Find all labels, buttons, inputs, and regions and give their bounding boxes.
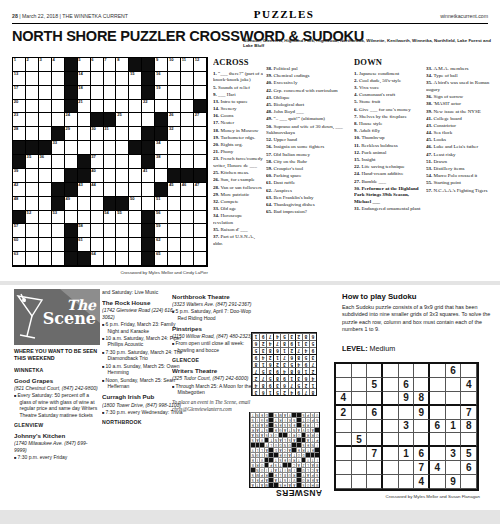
sudoku-cell[interactable] (446, 461, 462, 475)
crossword-cell[interactable]: 33 (52, 141, 65, 155)
crossword-cell[interactable]: 38 (155, 155, 168, 169)
crossword-cell[interactable] (26, 224, 39, 238)
crossword-cell[interactable] (168, 86, 181, 100)
crossword-cell[interactable] (181, 141, 194, 155)
crossword-cell[interactable]: 50 (129, 197, 142, 211)
sudoku-cell[interactable] (336, 433, 352, 447)
crossword-cell[interactable] (39, 224, 52, 238)
sudoku-cell[interactable] (336, 420, 352, 434)
crossword-cell[interactable] (181, 238, 194, 252)
crossword-answer-cell (314, 427, 319, 432)
clue-number: 32 (169, 127, 174, 131)
sudoku-cell[interactable]: 5 (352, 433, 368, 447)
sudoku-cell[interactable] (399, 433, 415, 447)
crossword-cell[interactable]: 1 (13, 58, 26, 72)
crossword-cell[interactable] (91, 197, 104, 211)
crossword-cell[interactable] (26, 169, 39, 183)
crossword-cell[interactable] (26, 252, 39, 266)
crossword-cell[interactable] (52, 238, 65, 252)
crossword-cell[interactable] (194, 238, 207, 252)
crossword-cell[interactable]: 56 (155, 211, 168, 225)
crossword-cell[interactable]: 57 (13, 224, 26, 238)
crossword-cell[interactable] (39, 86, 52, 100)
crossword-cell[interactable]: 29 (65, 127, 78, 141)
crossword-cell[interactable] (104, 100, 117, 114)
sudoku-cell[interactable] (430, 475, 446, 489)
crossword-cell[interactable]: 26 (168, 113, 181, 127)
sudoku-cell[interactable] (383, 420, 399, 434)
sudoku-cell[interactable] (399, 364, 415, 378)
crossword-cell[interactable] (104, 141, 117, 155)
sudoku-cell[interactable]: 9 (414, 406, 430, 420)
crossword-cell[interactable] (194, 72, 207, 86)
sudoku-cell[interactable]: 6 (414, 447, 430, 461)
crossword-cell[interactable] (52, 155, 65, 169)
crossword-cell[interactable] (52, 100, 65, 114)
crossword-cell[interactable]: 54 (104, 211, 117, 225)
crossword-cell[interactable] (91, 100, 104, 114)
clue: 27. Bumble ___ (354, 179, 423, 186)
crossword-cell[interactable] (26, 183, 39, 197)
sudoku-cell[interactable] (352, 364, 368, 378)
crossword-cell[interactable] (39, 127, 52, 141)
sudoku-cell[interactable]: 6 (367, 406, 383, 420)
sudoku-cell[interactable] (461, 475, 477, 489)
crossword-cell[interactable] (116, 86, 129, 100)
crossword-cell[interactable] (39, 169, 52, 183)
crossword-cell[interactable] (26, 197, 39, 211)
crossword-cell[interactable] (26, 127, 39, 141)
crossword-cell[interactable] (129, 169, 142, 183)
crossword-cell[interactable] (104, 86, 117, 100)
crossword-cell[interactable] (65, 141, 78, 155)
crossword-cell[interactable] (181, 197, 194, 211)
crossword-cell[interactable]: 8 (116, 58, 129, 72)
crossword-cell[interactable] (142, 113, 155, 127)
crossword-cell[interactable]: 10 (168, 58, 181, 72)
crossword-cell[interactable] (194, 211, 207, 225)
sudoku-cell[interactable] (446, 433, 462, 447)
sudoku-cell[interactable] (430, 406, 446, 420)
crossword-cell[interactable] (91, 141, 104, 155)
sudoku-cell[interactable] (352, 392, 368, 406)
crossword-cell[interactable]: 27 (194, 113, 207, 127)
clue-number: 15 (130, 72, 135, 76)
crossword-cell[interactable] (168, 100, 181, 114)
crossword-cell[interactable] (129, 252, 142, 266)
crossword-cell[interactable]: 43 (78, 183, 91, 197)
sudoku-cell[interactable] (430, 433, 446, 447)
sudoku-cell[interactable]: 4 (430, 461, 446, 475)
crossword-cell[interactable] (181, 155, 194, 169)
crossword-cell[interactable]: 39 (13, 169, 26, 183)
sudoku-cell[interactable]: 7 (461, 406, 477, 420)
crossword-cell[interactable] (129, 211, 142, 225)
crossword-cell[interactable] (52, 72, 65, 86)
sudoku-cell[interactable] (446, 406, 462, 420)
crossword-cell[interactable] (116, 238, 129, 252)
crossword-cell[interactable]: 12 (194, 58, 207, 72)
crossword-cell[interactable]: 32 (168, 127, 181, 141)
crossword-cell[interactable] (39, 211, 52, 225)
sudoku-cell[interactable] (383, 392, 399, 406)
crossword-cell[interactable]: 21 (78, 100, 91, 114)
sudoku-cell[interactable] (352, 447, 368, 461)
sudoku-cell[interactable] (367, 420, 383, 434)
crossword-cell[interactable] (168, 72, 181, 86)
sudoku-cell[interactable]: 1 (446, 420, 462, 434)
crossword-cell[interactable]: 47 (194, 183, 207, 197)
crossword-cell[interactable] (181, 224, 194, 238)
sudoku-cell[interactable] (383, 447, 399, 461)
crossword-cell[interactable]: 16 (155, 72, 168, 86)
sudoku-cell[interactable] (430, 378, 446, 392)
crossword-cell[interactable] (181, 252, 194, 266)
crossword-cell[interactable] (116, 141, 129, 155)
crossword-cell[interactable] (104, 72, 117, 86)
sudoku-cell[interactable]: 5 (367, 378, 383, 392)
crossword-cell[interactable] (168, 238, 181, 252)
sudoku-cell[interactable] (383, 364, 399, 378)
crossword-cell[interactable] (78, 113, 91, 127)
sudoku-cell[interactable]: 8 (414, 392, 430, 406)
sudoku-cell[interactable]: 6 (399, 378, 415, 392)
clue: 14. Scenery (213, 106, 263, 113)
crossword-cell[interactable] (39, 197, 52, 211)
sudoku-cell[interactable] (383, 433, 399, 447)
crossword-black-cell (142, 211, 155, 225)
crossword-cell[interactable]: 52 (26, 211, 39, 225)
sudoku-cell[interactable] (352, 420, 368, 434)
sudoku-cell[interactable] (367, 364, 383, 378)
sudoku-cell[interactable] (430, 364, 446, 378)
crossword-answer-cell: I (259, 452, 264, 457)
crossword-cell[interactable] (142, 183, 155, 197)
crossword-cell[interactable] (168, 224, 181, 238)
sudoku-cell[interactable]: 8 (461, 420, 477, 434)
crossword-cell[interactable]: 23 (13, 113, 26, 127)
crossword-cell[interactable] (194, 252, 207, 266)
sudoku-cell[interactable]: 7 (414, 461, 430, 475)
crossword-cell[interactable] (26, 72, 39, 86)
crossword-cell[interactable]: 18 (78, 86, 91, 100)
event-bullet-icon: ■ (172, 383, 176, 388)
crossword-cell[interactable]: 31 (104, 127, 117, 141)
crossword-cell[interactable]: 28 (13, 127, 26, 141)
sudoku-cell[interactable] (446, 392, 462, 406)
crossword-cell[interactable] (104, 155, 117, 169)
crossword-cell[interactable] (181, 86, 194, 100)
clue: 16. Goons (213, 113, 263, 120)
crossword-answer-cell: D (301, 452, 306, 457)
sudoku-cell[interactable]: 3 (399, 420, 415, 434)
sudoku-cell[interactable] (383, 461, 399, 475)
crossword-cell[interactable]: 44 (91, 183, 104, 197)
sudoku-cell[interactable] (367, 461, 383, 475)
crossword-cell[interactable] (168, 197, 181, 211)
sudoku-cell[interactable]: 6 (430, 420, 446, 434)
crossword-cell[interactable]: 40 (91, 169, 104, 183)
crossword-cell[interactable] (181, 211, 194, 225)
crossword-cell[interactable]: 6 (91, 58, 104, 72)
crossword-cell[interactable] (181, 72, 194, 86)
sudoku-cell[interactable] (399, 461, 415, 475)
crossword-cell[interactable] (194, 155, 207, 169)
crossword-cell[interactable] (39, 252, 52, 266)
crossword-cell[interactable]: 20 (13, 100, 26, 114)
crossword-cell[interactable] (181, 113, 194, 127)
crossword-cell[interactable]: 62 (155, 238, 168, 252)
crossword-cell[interactable]: 3 (39, 58, 52, 72)
crossword-cell[interactable] (194, 86, 207, 100)
crossword-cell[interactable] (78, 127, 91, 141)
crossword-cell[interactable] (129, 155, 142, 169)
crossword-cell[interactable] (52, 252, 65, 266)
sudoku-cell[interactable]: 4 (461, 378, 477, 392)
crossword-cell[interactable]: 15 (129, 72, 142, 86)
crossword-cell[interactable] (104, 169, 117, 183)
crossword-cell[interactable]: 41 (142, 169, 155, 183)
crossword-cell[interactable] (52, 169, 65, 183)
clue: 9. Adult filly (354, 128, 423, 135)
crossword-black-cell (142, 238, 155, 252)
crossword-cell[interactable] (129, 113, 142, 127)
sudoku-cell[interactable] (430, 392, 446, 406)
crossword-cell[interactable] (116, 100, 129, 114)
crossword-cell[interactable]: 35 (26, 155, 39, 169)
crossword-cell[interactable]: 58 (78, 224, 91, 238)
crossword-cell[interactable] (91, 72, 104, 86)
crossword-cell[interactable] (116, 224, 129, 238)
crossword-cell[interactable] (65, 211, 78, 225)
crossword-answer-cell: A (278, 447, 283, 452)
crossword-cell[interactable]: 55 (116, 211, 129, 225)
crossword-cell[interactable] (194, 141, 207, 155)
sudoku-cell[interactable] (352, 378, 368, 392)
crossword-answer-cell: S (264, 427, 269, 432)
event-bullet-icon: ■ (172, 309, 176, 314)
crossword-cell[interactable] (91, 86, 104, 100)
sudoku-cell[interactable] (414, 378, 430, 392)
sudoku-cell[interactable] (414, 420, 430, 434)
crossword-cell[interactable]: 51 (155, 197, 168, 211)
clue-number: 8 (117, 58, 119, 62)
crossword-cell[interactable]: 61 (78, 238, 91, 252)
crossword-cell[interactable]: 60 (13, 238, 26, 252)
crossword-cell[interactable] (129, 100, 142, 114)
crossword-cell[interactable] (78, 197, 91, 211)
crossword-cell[interactable] (116, 72, 129, 86)
sudoku-cell[interactable]: 9 (446, 475, 462, 489)
crossword-cell[interactable] (129, 238, 142, 252)
crossword-cell[interactable] (39, 183, 52, 197)
clue-number: 35. (426, 80, 434, 85)
clue: 28. Van or san followers (213, 185, 263, 192)
clue: 53. Distillery items (426, 166, 497, 173)
clue-number: 37. (213, 234, 221, 239)
crossword-cell[interactable]: 7 (104, 58, 117, 72)
sudoku-answer-cell: 5 (295, 381, 302, 388)
sudoku-cell[interactable]: 6 (446, 364, 462, 378)
event-bullet-icon: ■ (102, 364, 106, 369)
sudoku-answer-cell: 4 (309, 374, 316, 381)
crossword-cell[interactable]: 9 (155, 58, 168, 72)
city-header: GLENVIEW (14, 422, 98, 429)
sudoku-cell[interactable]: 1 (399, 447, 415, 461)
sudoku-cell[interactable]: 4 (336, 392, 352, 406)
sudoku-answer-cell: 3 (309, 354, 316, 361)
crossword-cell[interactable] (91, 211, 104, 225)
sudoku-cell[interactable] (399, 475, 415, 489)
crossword-cell[interactable]: 13 (13, 72, 26, 86)
sudoku-cell[interactable] (336, 364, 352, 378)
clue-number: 45 (169, 183, 174, 187)
sudoku-cell[interactable] (336, 475, 352, 489)
crossword-cell[interactable] (104, 183, 117, 197)
crossword-cell[interactable]: 45 (168, 183, 181, 197)
crossword-cell[interactable] (52, 224, 65, 238)
crossword-cell[interactable] (39, 113, 52, 127)
crossword-cell[interactable] (168, 155, 181, 169)
crossword-cell[interactable] (104, 238, 117, 252)
sudoku-cell[interactable] (461, 364, 477, 378)
crossword-cell[interactable] (26, 238, 39, 252)
sudoku-cell[interactable] (352, 406, 368, 420)
crossword-cell[interactable]: 14 (78, 72, 91, 86)
crossword-cell[interactable]: 4 (52, 58, 65, 72)
crossword-cell[interactable] (65, 155, 78, 169)
event-bullet-icon: ■ (14, 454, 18, 459)
crossword-cell[interactable] (181, 100, 194, 114)
crossword-cell[interactable]: 11 (181, 58, 194, 72)
sudoku-answer-cell: 5 (259, 367, 266, 374)
crossword-cell[interactable]: 65 (155, 252, 168, 266)
crossword-cell[interactable] (142, 197, 155, 211)
across-clues-column-2: 38. Political pal39. Chemical endings40.… (266, 66, 350, 284)
sudoku-answer-cell: 8 (309, 388, 316, 395)
crossword-cell[interactable]: 19 (155, 86, 168, 100)
sudoku-cell[interactable] (352, 461, 368, 475)
crossword-cell[interactable]: 22 (142, 100, 155, 114)
crossword-cell[interactable]: 34 (155, 141, 168, 155)
sudoku-cell[interactable] (336, 378, 352, 392)
crossword-cell[interactable]: 64 (91, 252, 104, 266)
crossword-cell[interactable] (26, 86, 39, 100)
sudoku-cell[interactable] (461, 433, 477, 447)
crossword-cell[interactable]: 48 (13, 197, 26, 211)
sudoku-cell[interactable] (352, 475, 368, 489)
sudoku-cell[interactable] (399, 406, 415, 420)
crossword-cell[interactable] (104, 224, 117, 238)
crossword-cell[interactable] (26, 100, 39, 114)
crossword-cell[interactable] (168, 141, 181, 155)
crossword-cell[interactable] (155, 100, 168, 114)
sudoku-cell[interactable]: 2 (336, 406, 352, 420)
crossword-cell[interactable] (129, 183, 142, 197)
crossword-cell[interactable] (181, 127, 194, 141)
sudoku-cell[interactable] (383, 475, 399, 489)
crossword-cell[interactable] (129, 224, 142, 238)
crossword-cell[interactable] (26, 113, 39, 127)
crossword-cell[interactable] (116, 127, 129, 141)
crossword-cell[interactable] (116, 169, 129, 183)
crossword-cell[interactable]: 46 (181, 183, 194, 197)
sudoku-cell[interactable] (336, 461, 352, 475)
sudoku-cell[interactable] (461, 392, 477, 406)
crossword-cell[interactable] (91, 238, 104, 252)
sudoku-cell[interactable] (383, 406, 399, 420)
crossword-cell[interactable] (194, 224, 207, 238)
crossword-cell[interactable]: 42 (13, 183, 26, 197)
crossword-cell[interactable] (116, 252, 129, 266)
clue: 37. Part of U.S.N.A., abbr. (213, 234, 263, 247)
sudoku-cell[interactable] (383, 378, 399, 392)
sudoku-cell[interactable]: 6 (461, 461, 477, 475)
clue-number: 19. (213, 135, 221, 140)
crossword-cell[interactable] (155, 169, 168, 183)
crossword-cell[interactable] (39, 100, 52, 114)
crossword-cell[interactable]: 53 (52, 211, 65, 225)
crossword-cell[interactable] (194, 127, 207, 141)
sudoku-cell[interactable] (336, 447, 352, 461)
sudoku-cell[interactable] (430, 447, 446, 461)
sudoku-cell[interactable]: 5 (461, 447, 477, 461)
clue-number: 25 (117, 113, 122, 117)
crossword-cell[interactable] (39, 238, 52, 252)
venue-name: Writers Theatre (172, 367, 260, 375)
crossword-cell[interactable]: 25 (116, 113, 129, 127)
sudoku-cell[interactable] (414, 364, 430, 378)
sudoku-cell[interactable]: 3 (446, 447, 462, 461)
crossword-answer-cell: N (255, 467, 260, 472)
crossword-cell[interactable]: 30 (91, 127, 104, 141)
crossword-cell[interactable] (194, 197, 207, 211)
crossword-cell[interactable] (52, 86, 65, 100)
crossword-cell[interactable] (168, 211, 181, 225)
sudoku-cell[interactable]: 4 (414, 475, 430, 489)
crossword-cell[interactable] (52, 113, 65, 127)
crossword-cell[interactable]: 37 (91, 155, 104, 169)
sudoku-cell[interactable] (414, 433, 430, 447)
crossword-cell[interactable]: 63 (13, 252, 26, 266)
sudoku-cell[interactable] (367, 392, 383, 406)
clue: 7. Shelves by the fireplace (354, 114, 423, 121)
crossword-cell[interactable] (129, 127, 142, 141)
sudoku-cell[interactable] (367, 433, 383, 447)
crossword-cell[interactable] (91, 224, 104, 238)
crossword-cell[interactable] (168, 252, 181, 266)
sudoku-cell[interactable]: 9 (399, 392, 415, 406)
sudoku-cell[interactable] (367, 475, 383, 489)
crossword-cell[interactable]: 49 (65, 197, 78, 211)
crossword-cell[interactable]: 59 (155, 224, 168, 238)
sudoku-cell[interactable] (446, 378, 462, 392)
crossword-cell[interactable] (78, 211, 91, 225)
crossword-answer-cell: M (264, 482, 269, 487)
sudoku-cell[interactable]: 7 (367, 447, 383, 461)
crossword-cell[interactable]: 17 (13, 86, 26, 100)
crossword-cell[interactable]: 5 (78, 58, 91, 72)
crossword-cell[interactable] (116, 155, 129, 169)
crossword-cell[interactable] (116, 183, 129, 197)
crossword-cell[interactable] (39, 72, 52, 86)
crossword-cell[interactable] (104, 252, 117, 266)
crossword-cell[interactable]: 2 (26, 58, 39, 72)
crossword-cell[interactable] (78, 141, 91, 155)
crossword-cell[interactable]: 24 (65, 113, 78, 127)
crossword-cell[interactable]: 36 (39, 155, 52, 169)
crossword-cell[interactable] (129, 86, 142, 100)
